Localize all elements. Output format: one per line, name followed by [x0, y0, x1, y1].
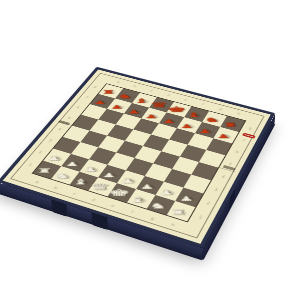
coord-rank-3-left: 3 — [48, 139, 53, 143]
coord-rank-5-right: 5 — [228, 162, 233, 166]
square-e4 — [135, 146, 162, 163]
coord-rank-6-right: 6 — [235, 150, 240, 154]
piece-red-knight: ♞ — [202, 117, 222, 123]
coord-file-h-top: h — [237, 112, 241, 115]
piece-red-pawn: ♟ — [213, 134, 233, 139]
square-d2: ♟ — [98, 165, 126, 183]
coord-file-e-top: e — [184, 98, 188, 101]
piece-shadow — [94, 183, 111, 192]
coord-file-d-bottom: d — [91, 197, 97, 201]
coord-rank-1-right: 1 — [198, 215, 203, 220]
square-d3 — [107, 153, 134, 171]
piece-shadow — [38, 166, 54, 174]
coord-file-c-bottom: c — [72, 191, 77, 195]
piece-white-bishop: ♝ — [70, 178, 92, 186]
piece-white-rook: ♜ — [167, 209, 189, 216]
coord-rank-6-left: 6 — [76, 106, 81, 109]
square-b2: ♟ — [61, 154, 89, 172]
coord-rank-8-right: 8 — [248, 127, 253, 131]
piece-shadow — [66, 160, 82, 168]
piece-white-pawn: ♟ — [98, 172, 119, 178]
coord-file-d-top: d — [166, 93, 171, 96]
coord-rank-2-left: 2 — [38, 150, 43, 154]
square-h5 — [199, 150, 225, 168]
piece-shadow — [85, 165, 101, 173]
square-f4 — [153, 151, 180, 169]
piece-white-queen: ♛ — [89, 183, 111, 192]
square-d1: ♛ — [89, 177, 117, 196]
piece-white-pawn: ♟ — [80, 167, 101, 173]
square-h2: ♟ — [175, 188, 203, 208]
square-h3 — [183, 175, 210, 194]
square-c1: ♝ — [70, 172, 98, 191]
square-e2: ♟ — [117, 170, 145, 189]
square-h1: ♜ — [167, 201, 196, 221]
piece-shadow — [180, 194, 197, 203]
coord-rank-4-left: 4 — [57, 127, 62, 131]
coord-rank-4-right: 4 — [221, 174, 226, 178]
piece-red-pawn: ♟ — [159, 119, 178, 124]
coord-file-e-bottom: e — [110, 203, 115, 207]
square-f2: ♟ — [136, 176, 164, 195]
square-c3 — [89, 147, 116, 164]
piece-red-pawn: ♟ — [142, 114, 161, 119]
piece-shadow — [152, 201, 169, 210]
piece-shadow — [161, 188, 178, 197]
coord-rank-7-right: 7 — [242, 138, 247, 142]
scene: ♜♞♝♛♚♝♞♜♟♟♟♟♟♟♟♟♟♟♟♟♟♟♟♟♜♞♝♛♚♝♞♜ aabbccd… — [0, 0, 300, 300]
chess-grid: ♜♞♝♛♚♝♞♜♟♟♟♟♟♟♟♟♟♟♟♟♟♟♟♟♜♞♝♛♚♝♞♜ — [32, 83, 247, 222]
piece-white-bishop: ♝ — [127, 196, 149, 204]
square-e3 — [126, 158, 153, 176]
piece-white-pawn: ♟ — [44, 156, 65, 162]
square-g2: ♟ — [155, 182, 183, 201]
piece-shadow — [113, 189, 130, 198]
square-h4 — [191, 162, 218, 180]
piece-shadow — [75, 178, 91, 187]
coord-file-g-top: g — [219, 107, 223, 110]
coord-rank-1-left: 1 — [27, 162, 32, 166]
product-photo: ♜♞♝♛♚♝♞♜♟♟♟♟♟♟♟♟♟♟♟♟♟♟♟♟♜♞♝♛♚♝♞♜ aabbccd… — [0, 0, 300, 300]
coord-file-f-bottom: f — [131, 210, 135, 214]
coord-file-f-top: f — [202, 103, 205, 106]
piece-red-pawn: ♟ — [107, 105, 126, 110]
piece-red-queen: ♛ — [150, 101, 169, 108]
hinge-mark-right — [223, 165, 236, 171]
square-b1: ♞ — [51, 166, 79, 184]
coord-file-a-top: a — [116, 80, 120, 83]
piece-white-knight: ♞ — [147, 202, 169, 210]
coord-file-g-bottom: g — [150, 216, 155, 221]
piece-white-pawn: ♟ — [117, 178, 138, 184]
piece-shadow — [141, 182, 158, 191]
square-g5 — [180, 145, 206, 162]
coord-rank-2-right: 2 — [206, 201, 211, 205]
piece-red-king: ♚ — [167, 106, 186, 113]
piece-shadow — [103, 171, 119, 179]
square-e1: ♚ — [108, 183, 136, 202]
piece-shadow — [122, 176, 138, 185]
square-g3 — [164, 169, 191, 188]
piece-red-bishop: ♝ — [132, 98, 151, 104]
piece-red-pawn: ♟ — [177, 124, 197, 129]
coord-file-a-bottom: a — [35, 180, 40, 184]
square-a2: ♟ — [43, 149, 71, 167]
piece-white-rook: ♜ — [33, 167, 55, 174]
piece-red-rook: ♜ — [220, 122, 240, 128]
piece-red-pawn: ♟ — [195, 129, 215, 134]
square-g4 — [172, 157, 199, 175]
case-top: ♜♞♝♛♚♝♞♜♟♟♟♟♟♟♟♟♟♟♟♟♟♟♟♟♜♞♝♛♚♝♞♜ aabbccd… — [0, 67, 275, 248]
piece-white-knight: ♞ — [51, 173, 73, 180]
piece-white-pawn: ♟ — [156, 190, 177, 196]
piece-shadow — [172, 207, 189, 216]
coord-rank-5-left: 5 — [67, 116, 72, 119]
coord-file-c-top: c — [150, 89, 154, 92]
coord-file-h-bottom: h — [170, 222, 175, 227]
piece-shadow — [57, 172, 73, 180]
piece-white-pawn: ♟ — [175, 196, 197, 202]
coord-rank-7-left: 7 — [84, 95, 89, 98]
coord-rank-8-left: 8 — [93, 85, 98, 88]
square-f1: ♝ — [127, 189, 155, 209]
square-f3 — [145, 163, 172, 181]
piece-white-pawn: ♟ — [62, 161, 83, 167]
piece-red-knight: ♞ — [115, 94, 134, 100]
coord-file-b-bottom: b — [53, 185, 59, 189]
piece-shadow — [132, 195, 149, 204]
piece-white-king: ♚ — [108, 188, 130, 197]
piece-red-bishop: ♝ — [184, 112, 204, 118]
square-a1: ♜ — [33, 161, 61, 179]
square-g1: ♞ — [147, 195, 176, 215]
coord-file-b-top: b — [133, 85, 138, 88]
piece-red-pawn: ♟ — [124, 109, 143, 114]
hinge-mark-left — [58, 120, 70, 125]
coord-rank-3-right: 3 — [213, 187, 218, 191]
piece-white-pawn: ♟ — [136, 184, 157, 190]
square-c2: ♟ — [80, 159, 108, 177]
board-surface: ♜♞♝♛♚♝♞♜♟♟♟♟♟♟♟♟♟♟♟♟♟♟♟♟♜♞♝♛♚♝♞♜ aabbccd… — [3, 70, 271, 244]
chess-board-3d: ♜♞♝♛♚♝♞♜♟♟♟♟♟♟♟♟♟♟♟♟♟♟♟♟♜♞♝♛♚♝♞♜ aabbccd… — [0, 67, 275, 248]
